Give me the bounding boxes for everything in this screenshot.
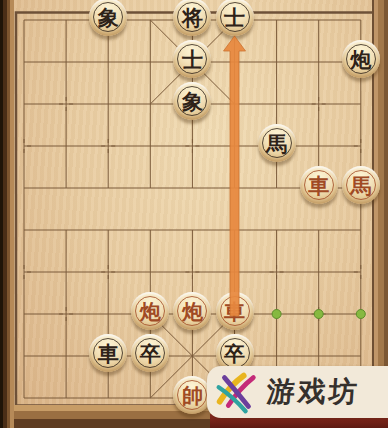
pinwheel-logo xyxy=(213,367,259,417)
move-arrow xyxy=(0,0,388,428)
watermark-card: 游戏坊 xyxy=(207,366,388,418)
xiangqi-app: 象将士士炮象馬車馬炮炮車車卒卒帥 游戏坊 xyxy=(0,0,388,428)
watermark-text: 游戏坊 xyxy=(266,373,362,411)
